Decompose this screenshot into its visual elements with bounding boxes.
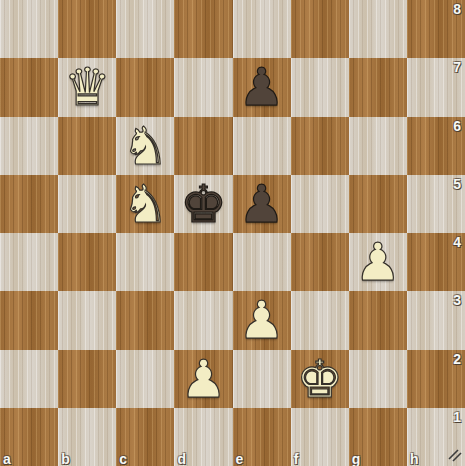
square-a6[interactable]: [0, 117, 58, 175]
black-pawn[interactable]: ♟: [238, 175, 285, 233]
file-label-e: e: [236, 451, 244, 466]
file-label-f: f: [294, 451, 299, 466]
square-a3[interactable]: [0, 291, 58, 349]
white-knight[interactable]: ♞: [122, 117, 169, 175]
file-label-b: b: [61, 451, 70, 466]
file-label-g: g: [352, 451, 361, 466]
square-e2[interactable]: [233, 350, 291, 408]
square-g3[interactable]: [349, 291, 407, 349]
white-king[interactable]: ♚: [296, 350, 343, 408]
square-d2[interactable]: ♟: [174, 350, 232, 408]
square-g8[interactable]: [349, 0, 407, 58]
rank-label-7: 7: [453, 59, 461, 75]
square-g6[interactable]: [349, 117, 407, 175]
square-h5[interactable]: 5: [407, 175, 465, 233]
square-d4[interactable]: [174, 233, 232, 291]
file-label-a: a: [3, 451, 11, 466]
square-h7[interactable]: 7: [407, 58, 465, 116]
square-h6[interactable]: 6: [407, 117, 465, 175]
rank-label-2: 2: [453, 351, 461, 367]
square-f1[interactable]: f: [291, 408, 349, 466]
square-c5[interactable]: ♞: [116, 175, 174, 233]
square-c8[interactable]: [116, 0, 174, 58]
square-g1[interactable]: g: [349, 408, 407, 466]
rank-label-8: 8: [453, 1, 461, 17]
square-e3[interactable]: ♟: [233, 291, 291, 349]
square-d8[interactable]: [174, 0, 232, 58]
square-f3[interactable]: [291, 291, 349, 349]
square-h3[interactable]: 3: [407, 291, 465, 349]
square-c2[interactable]: [116, 350, 174, 408]
square-g2[interactable]: [349, 350, 407, 408]
square-b2[interactable]: [58, 350, 116, 408]
square-d1[interactable]: d: [174, 408, 232, 466]
square-a7[interactable]: [0, 58, 58, 116]
white-pawn[interactable]: ♟: [238, 291, 285, 349]
square-a8[interactable]: [0, 0, 58, 58]
square-c7[interactable]: [116, 58, 174, 116]
square-g7[interactable]: [349, 58, 407, 116]
square-g4[interactable]: ♟: [349, 233, 407, 291]
square-e8[interactable]: [233, 0, 291, 58]
rank-label-4: 4: [453, 234, 461, 250]
square-g5[interactable]: [349, 175, 407, 233]
square-f8[interactable]: [291, 0, 349, 58]
square-c4[interactable]: [116, 233, 174, 291]
resize-grip-icon[interactable]: [448, 449, 463, 462]
square-e6[interactable]: [233, 117, 291, 175]
square-a5[interactable]: [0, 175, 58, 233]
square-f6[interactable]: [291, 117, 349, 175]
rank-label-1: 1: [453, 409, 461, 425]
square-d3[interactable]: [174, 291, 232, 349]
square-a4[interactable]: [0, 233, 58, 291]
white-knight[interactable]: ♞: [122, 175, 169, 233]
white-queen[interactable]: ♛: [64, 58, 111, 116]
square-b8[interactable]: [58, 0, 116, 58]
square-b5[interactable]: [58, 175, 116, 233]
square-h2[interactable]: 2: [407, 350, 465, 408]
file-label-h: h: [410, 451, 419, 466]
square-f5[interactable]: [291, 175, 349, 233]
square-a1[interactable]: a: [0, 408, 58, 466]
file-label-d: d: [177, 451, 186, 466]
rank-label-3: 3: [453, 292, 461, 308]
chess-board: 8♛♟7♞6♞♚♟5♟4♟3♟♚2abcdefgh1: [0, 0, 465, 466]
rank-label-6: 6: [453, 118, 461, 134]
square-c6[interactable]: ♞: [116, 117, 174, 175]
square-a2[interactable]: [0, 350, 58, 408]
white-pawn[interactable]: ♟: [180, 350, 227, 408]
square-d6[interactable]: [174, 117, 232, 175]
square-c1[interactable]: c: [116, 408, 174, 466]
black-king[interactable]: ♚: [180, 175, 227, 233]
square-h1[interactable]: h1: [407, 408, 465, 466]
square-f7[interactable]: [291, 58, 349, 116]
square-b4[interactable]: [58, 233, 116, 291]
square-d5[interactable]: ♚: [174, 175, 232, 233]
square-h8[interactable]: 8: [407, 0, 465, 58]
square-d7[interactable]: [174, 58, 232, 116]
file-label-c: c: [119, 451, 127, 466]
rank-label-5: 5: [453, 176, 461, 192]
square-b3[interactable]: [58, 291, 116, 349]
black-pawn[interactable]: ♟: [238, 58, 285, 116]
square-b7[interactable]: ♛: [58, 58, 116, 116]
square-e7[interactable]: ♟: [233, 58, 291, 116]
square-b1[interactable]: b: [58, 408, 116, 466]
square-f2[interactable]: ♚: [291, 350, 349, 408]
square-e5[interactable]: ♟: [233, 175, 291, 233]
white-pawn[interactable]: ♟: [355, 233, 402, 291]
square-f4[interactable]: [291, 233, 349, 291]
square-b6[interactable]: [58, 117, 116, 175]
square-e4[interactable]: [233, 233, 291, 291]
square-c3[interactable]: [116, 291, 174, 349]
square-h4[interactable]: 4: [407, 233, 465, 291]
square-e1[interactable]: e: [233, 408, 291, 466]
